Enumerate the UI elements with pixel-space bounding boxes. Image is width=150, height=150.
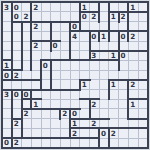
cell-r14c12[interactable] xyxy=(119,138,129,148)
cell-r2c8[interactable] xyxy=(80,22,90,32)
region-border-v xyxy=(108,127,110,148)
cell-r0c6[interactable] xyxy=(60,2,70,12)
cell-r13c6[interactable] xyxy=(60,128,70,138)
cell-r11c9[interactable] xyxy=(90,109,100,119)
region-border-v xyxy=(11,1,13,81)
cell-r10c2[interactable] xyxy=(22,99,32,109)
cell-r11c13[interactable] xyxy=(128,109,138,119)
cell-r3c8[interactable] xyxy=(80,31,90,41)
clue-r5c9: 3 xyxy=(91,51,96,60)
cell-r12c14[interactable] xyxy=(138,119,148,129)
clue-r2c7: 0 xyxy=(72,22,77,31)
cell-r6c7[interactable] xyxy=(70,60,80,70)
region-border-v xyxy=(127,1,129,42)
clue-r1c11: 1 xyxy=(111,12,116,21)
cell-r11c12[interactable] xyxy=(119,109,129,119)
cell-r3c1[interactable] xyxy=(12,31,22,41)
cell-r0c9[interactable] xyxy=(90,2,100,12)
clue-r13c7: 2 xyxy=(72,129,77,138)
cell-r12c4[interactable] xyxy=(41,119,51,129)
cell-r9c13[interactable] xyxy=(128,90,138,100)
cell-r14c9[interactable] xyxy=(90,138,100,148)
cell-r13c5[interactable] xyxy=(51,128,61,138)
clue-r8c11: 1 xyxy=(111,80,116,89)
cell-r5c1[interactable] xyxy=(12,51,22,61)
cell-r4c9[interactable] xyxy=(90,41,100,51)
cell-r4c1[interactable] xyxy=(12,41,22,51)
clue-r7c0: 0 xyxy=(4,71,9,80)
clue-r1c12: 2 xyxy=(120,12,125,21)
clue-r3c7: 4 xyxy=(72,32,77,41)
cell-r10c6[interactable] xyxy=(60,99,70,109)
clue-r7c1: 2 xyxy=(14,71,19,80)
clue-r2c3: 2 xyxy=(33,22,38,31)
clue-r3c9: 0 xyxy=(91,32,96,41)
cell-r3c5[interactable] xyxy=(51,31,61,41)
cell-r7c10[interactable] xyxy=(99,70,109,80)
cell-r1c14[interactable] xyxy=(138,12,148,22)
cell-r7c13[interactable] xyxy=(128,70,138,80)
cell-r7c4[interactable] xyxy=(41,70,51,80)
cell-r9c3[interactable] xyxy=(31,90,41,100)
clue-r11c7: 0 xyxy=(72,109,77,118)
cell-r8c12[interactable] xyxy=(119,80,129,90)
region-border-v xyxy=(30,1,32,71)
cell-r11c3[interactable] xyxy=(31,109,41,119)
clue-r11c2: 2 xyxy=(23,109,28,118)
cell-r8c0[interactable] xyxy=(2,80,12,90)
clue-r13c11: 2 xyxy=(111,129,116,138)
cell-r12c6[interactable] xyxy=(60,119,70,129)
cell-r13c14[interactable] xyxy=(138,128,148,138)
cell-r5c5[interactable] xyxy=(51,51,61,61)
cell-r9c6[interactable] xyxy=(60,90,70,100)
cell-r14c13[interactable] xyxy=(128,138,138,148)
clue-r0c8: 1 xyxy=(82,3,87,12)
region-border-v xyxy=(69,108,71,139)
cell-r7c11[interactable] xyxy=(109,70,119,80)
cell-r2c0[interactable] xyxy=(2,22,12,32)
region-border-v xyxy=(50,21,52,52)
cell-r11c8[interactable] xyxy=(80,109,90,119)
cell-r13c13[interactable] xyxy=(128,128,138,138)
cell-r9c5[interactable] xyxy=(51,90,61,100)
region-border-v xyxy=(21,21,23,72)
cell-r0c12[interactable] xyxy=(119,2,129,12)
clue-r0c13: 1 xyxy=(130,3,135,12)
cell-r7c14[interactable] xyxy=(138,70,148,80)
cell-r0c11[interactable] xyxy=(109,2,119,12)
cell-r2c4[interactable] xyxy=(41,22,51,32)
cell-r8c2[interactable] xyxy=(22,80,32,90)
cell-r1c5[interactable] xyxy=(51,12,61,22)
clue-r3c10: 1 xyxy=(101,32,106,41)
cell-r11c10[interactable] xyxy=(99,109,109,119)
cell-r1c3[interactable] xyxy=(31,12,41,22)
cell-r9c7[interactable] xyxy=(70,90,80,100)
cell-r13c9[interactable] xyxy=(90,128,100,138)
cell-r1c10[interactable] xyxy=(99,12,109,22)
cell-r8c6[interactable] xyxy=(60,80,70,90)
cell-r2c5[interactable] xyxy=(51,22,61,32)
cell-r12c13[interactable] xyxy=(128,119,138,129)
region-border-h xyxy=(89,50,149,52)
cell-r2c2[interactable] xyxy=(22,22,32,32)
cell-r7c7[interactable] xyxy=(70,70,80,80)
cell-r10c4[interactable] xyxy=(41,99,51,109)
clue-r14c1: 2 xyxy=(14,138,19,147)
region-border-v xyxy=(50,59,52,90)
cell-r14c10[interactable] xyxy=(99,138,109,148)
cell-r10c7[interactable] xyxy=(70,99,80,109)
cell-r10c11[interactable] xyxy=(109,99,119,109)
cell-r4c14[interactable] xyxy=(138,41,148,51)
cell-r4c0[interactable] xyxy=(2,41,12,51)
cell-r1c6[interactable] xyxy=(60,12,70,22)
cell-r3c3[interactable] xyxy=(31,31,41,41)
cell-r3c14[interactable] xyxy=(138,31,148,41)
puzzle-window: 3021102021220401022031010021123001212202… xyxy=(0,0,150,150)
clue-r12c7: 1 xyxy=(72,119,77,128)
clue-r0c0: 3 xyxy=(4,3,9,12)
cell-r14c11[interactable] xyxy=(109,138,119,148)
cell-r5c14[interactable] xyxy=(138,51,148,61)
clue-r4c3: 2 xyxy=(33,41,38,50)
cell-r5c4[interactable] xyxy=(41,51,51,61)
cell-r11c5[interactable] xyxy=(51,109,61,119)
cell-r2c9[interactable] xyxy=(90,22,100,32)
cell-r5c0[interactable] xyxy=(2,51,12,61)
clue-r10c13: 1 xyxy=(130,100,135,109)
region-border-v xyxy=(89,30,91,61)
region-border-v xyxy=(108,1,110,42)
cell-r11c14[interactable] xyxy=(138,109,148,119)
clue-r1c1: 0 xyxy=(14,12,19,21)
cell-r9c9[interactable] xyxy=(90,90,100,100)
clue-r6c0: 1 xyxy=(4,61,9,70)
cell-r5c3[interactable] xyxy=(31,51,41,61)
cell-r2c10[interactable] xyxy=(99,22,109,32)
clue-r3c13: 2 xyxy=(130,32,135,41)
region-border-h xyxy=(69,30,149,32)
cell-r4c4[interactable] xyxy=(41,41,51,51)
cell-r6c10[interactable] xyxy=(99,60,109,70)
region-border-v xyxy=(79,1,81,32)
cell-r3c0[interactable] xyxy=(2,31,12,41)
cell-r7c2[interactable] xyxy=(22,70,32,80)
cell-r0c4[interactable] xyxy=(41,2,51,12)
clue-r12c9: 2 xyxy=(91,119,96,128)
cell-r14c3[interactable] xyxy=(31,138,41,148)
cell-r4c12[interactable] xyxy=(119,41,129,51)
cell-r6c9[interactable] xyxy=(90,60,100,70)
cell-r12c3[interactable] xyxy=(31,119,41,129)
cell-r3c2[interactable] xyxy=(22,31,32,41)
cell-r6c5[interactable] xyxy=(51,60,61,70)
cell-r5c7[interactable] xyxy=(70,51,80,61)
cell-r14c8[interactable] xyxy=(80,138,90,148)
cell-r6c12[interactable] xyxy=(119,60,129,70)
cell-r7c3[interactable] xyxy=(31,70,41,80)
clue-r10c3: 1 xyxy=(33,100,38,109)
cell-r12c12[interactable] xyxy=(119,119,129,129)
cell-r5c6[interactable] xyxy=(60,51,70,61)
cell-r1c7[interactable] xyxy=(70,12,80,22)
cell-r8c10[interactable] xyxy=(99,80,109,90)
cell-r9c12[interactable] xyxy=(119,90,129,100)
cell-r4c13[interactable] xyxy=(128,41,138,51)
cell-r6c13[interactable] xyxy=(128,60,138,70)
cell-r0c10[interactable] xyxy=(99,2,109,12)
cell-r4c11[interactable] xyxy=(109,41,119,51)
clue-r9c2: 0 xyxy=(23,90,28,99)
cell-r13c2[interactable] xyxy=(22,128,32,138)
cell-r0c7[interactable] xyxy=(70,2,80,12)
clue-r13c10: 0 xyxy=(101,129,106,138)
cell-r6c11[interactable] xyxy=(109,60,119,70)
clue-r5c12: 0 xyxy=(120,51,125,60)
cell-r5c2[interactable] xyxy=(22,51,32,61)
cell-r5c13[interactable] xyxy=(128,51,138,61)
cell-r12c10[interactable] xyxy=(99,119,109,129)
cell-r7c8[interactable] xyxy=(80,70,90,80)
cell-r9c11[interactable] xyxy=(109,90,119,100)
cell-r11c11[interactable] xyxy=(109,109,119,119)
cell-r4c6[interactable] xyxy=(60,41,70,51)
cell-r7c12[interactable] xyxy=(119,70,129,80)
cell-r3c4[interactable] xyxy=(41,31,51,41)
cell-r12c8[interactable] xyxy=(80,119,90,129)
region-border-h xyxy=(79,98,100,100)
cell-r6c3[interactable] xyxy=(31,60,41,70)
region-border-h xyxy=(69,127,149,129)
region-border-h xyxy=(40,59,120,61)
clue-r0c1: 0 xyxy=(14,3,19,12)
cell-r10c1[interactable] xyxy=(12,99,22,109)
cell-r2c1[interactable] xyxy=(12,22,22,32)
cell-r14c14[interactable] xyxy=(138,138,148,148)
region-border-h xyxy=(127,118,148,120)
cell-r10c5[interactable] xyxy=(51,99,61,109)
cell-r4c10[interactable] xyxy=(99,41,109,51)
cell-r14c2[interactable] xyxy=(22,138,32,148)
cell-r13c4[interactable] xyxy=(41,128,51,138)
cell-r5c10[interactable] xyxy=(99,51,109,61)
cell-r2c6[interactable] xyxy=(60,22,70,32)
cell-r12c2[interactable] xyxy=(22,119,32,129)
cell-r6c1[interactable] xyxy=(12,60,22,70)
cell-r14c7[interactable] xyxy=(70,138,80,148)
cell-r2c13[interactable] xyxy=(128,22,138,32)
cell-r13c8[interactable] xyxy=(80,128,90,138)
clue-r8c13: 2 xyxy=(130,80,135,89)
clue-r9c0: 3 xyxy=(4,90,9,99)
cell-r6c6[interactable] xyxy=(60,60,70,70)
cell-r2c11[interactable] xyxy=(109,22,119,32)
region-border-v xyxy=(89,98,91,119)
clue-r6c4: 0 xyxy=(43,61,48,70)
region-border-v xyxy=(21,89,23,140)
puzzle-board[interactable]: 3021102021220401022031010021123001212202… xyxy=(0,0,150,150)
cell-r10c10[interactable] xyxy=(99,99,109,109)
clue-r14c0: 0 xyxy=(4,138,9,147)
cell-r7c6[interactable] xyxy=(60,70,70,80)
cell-r8c1[interactable] xyxy=(12,80,22,90)
clue-r0c3: 2 xyxy=(33,3,38,12)
region-border-v xyxy=(69,21,71,62)
clue-r8c8: 1 xyxy=(82,80,87,89)
region-border-h xyxy=(11,21,81,23)
cell-r12c11[interactable] xyxy=(109,119,119,129)
cell-r4c7[interactable] xyxy=(70,41,80,51)
cell-r10c8[interactable] xyxy=(80,99,90,109)
cell-r8c5[interactable] xyxy=(51,80,61,90)
clue-r4c5: 0 xyxy=(53,41,58,50)
cell-r10c0[interactable] xyxy=(2,99,12,109)
cell-r0c5[interactable] xyxy=(51,2,61,12)
cell-r10c14[interactable] xyxy=(138,99,148,109)
cell-r4c8[interactable] xyxy=(80,41,90,51)
cell-r7c9[interactable] xyxy=(90,70,100,80)
cell-r9c14[interactable] xyxy=(138,90,148,100)
cell-r3c11[interactable] xyxy=(109,31,119,41)
clue-r1c9: 2 xyxy=(91,12,96,21)
cell-r6c2[interactable] xyxy=(22,60,32,70)
cell-r14c4[interactable] xyxy=(41,138,51,148)
clue-r5c11: 1 xyxy=(111,51,116,60)
cell-r13c12[interactable] xyxy=(119,128,129,138)
clue-r11c6: 2 xyxy=(62,109,67,118)
cell-r8c7[interactable] xyxy=(70,80,80,90)
cell-r13c1[interactable] xyxy=(12,128,22,138)
cell-r12c0[interactable] xyxy=(2,119,12,129)
cell-r1c4[interactable] xyxy=(41,12,51,22)
cell-r3c6[interactable] xyxy=(60,31,70,41)
cell-r13c3[interactable] xyxy=(31,128,41,138)
clue-r9c1: 0 xyxy=(14,90,19,99)
cell-r1c0[interactable] xyxy=(2,12,12,22)
clue-r10c9: 2 xyxy=(91,100,96,109)
cell-r8c4[interactable] xyxy=(41,80,51,90)
cell-r8c14[interactable] xyxy=(138,80,148,90)
cell-r11c0[interactable] xyxy=(2,109,12,119)
cell-r6c8[interactable] xyxy=(80,60,90,70)
cell-r8c3[interactable] xyxy=(31,80,41,90)
region-border-v xyxy=(40,59,42,90)
region-border-v xyxy=(108,79,110,100)
cell-r11c1[interactable] xyxy=(12,109,22,119)
cell-r9c8[interactable] xyxy=(80,90,90,100)
cell-r8c9[interactable] xyxy=(90,80,100,90)
cell-r14c6[interactable] xyxy=(60,138,70,148)
cell-r4c2[interactable] xyxy=(22,41,32,51)
cell-r1c13[interactable] xyxy=(128,12,138,22)
cell-r7c5[interactable] xyxy=(51,70,61,80)
cell-r9c10[interactable] xyxy=(99,90,109,100)
clue-r3c12: 0 xyxy=(120,32,125,41)
cell-r13c0[interactable] xyxy=(2,128,12,138)
cell-r12c5[interactable] xyxy=(51,119,61,129)
cell-r9c4[interactable] xyxy=(41,90,51,100)
cell-r2c12[interactable] xyxy=(119,22,129,32)
cell-r10c12[interactable] xyxy=(119,99,129,109)
cell-r2c14[interactable] xyxy=(138,22,148,32)
cell-r0c14[interactable] xyxy=(138,2,148,12)
cell-r6c14[interactable] xyxy=(138,60,148,70)
clue-r1c2: 2 xyxy=(23,12,28,21)
cell-r14c5[interactable] xyxy=(51,138,61,148)
cell-r0c2[interactable] xyxy=(22,2,32,12)
cell-r11c4[interactable] xyxy=(41,109,51,119)
cell-r5c8[interactable] xyxy=(80,51,90,61)
clue-r1c8: 0 xyxy=(82,12,87,21)
clue-r12c1: 2 xyxy=(14,119,19,128)
